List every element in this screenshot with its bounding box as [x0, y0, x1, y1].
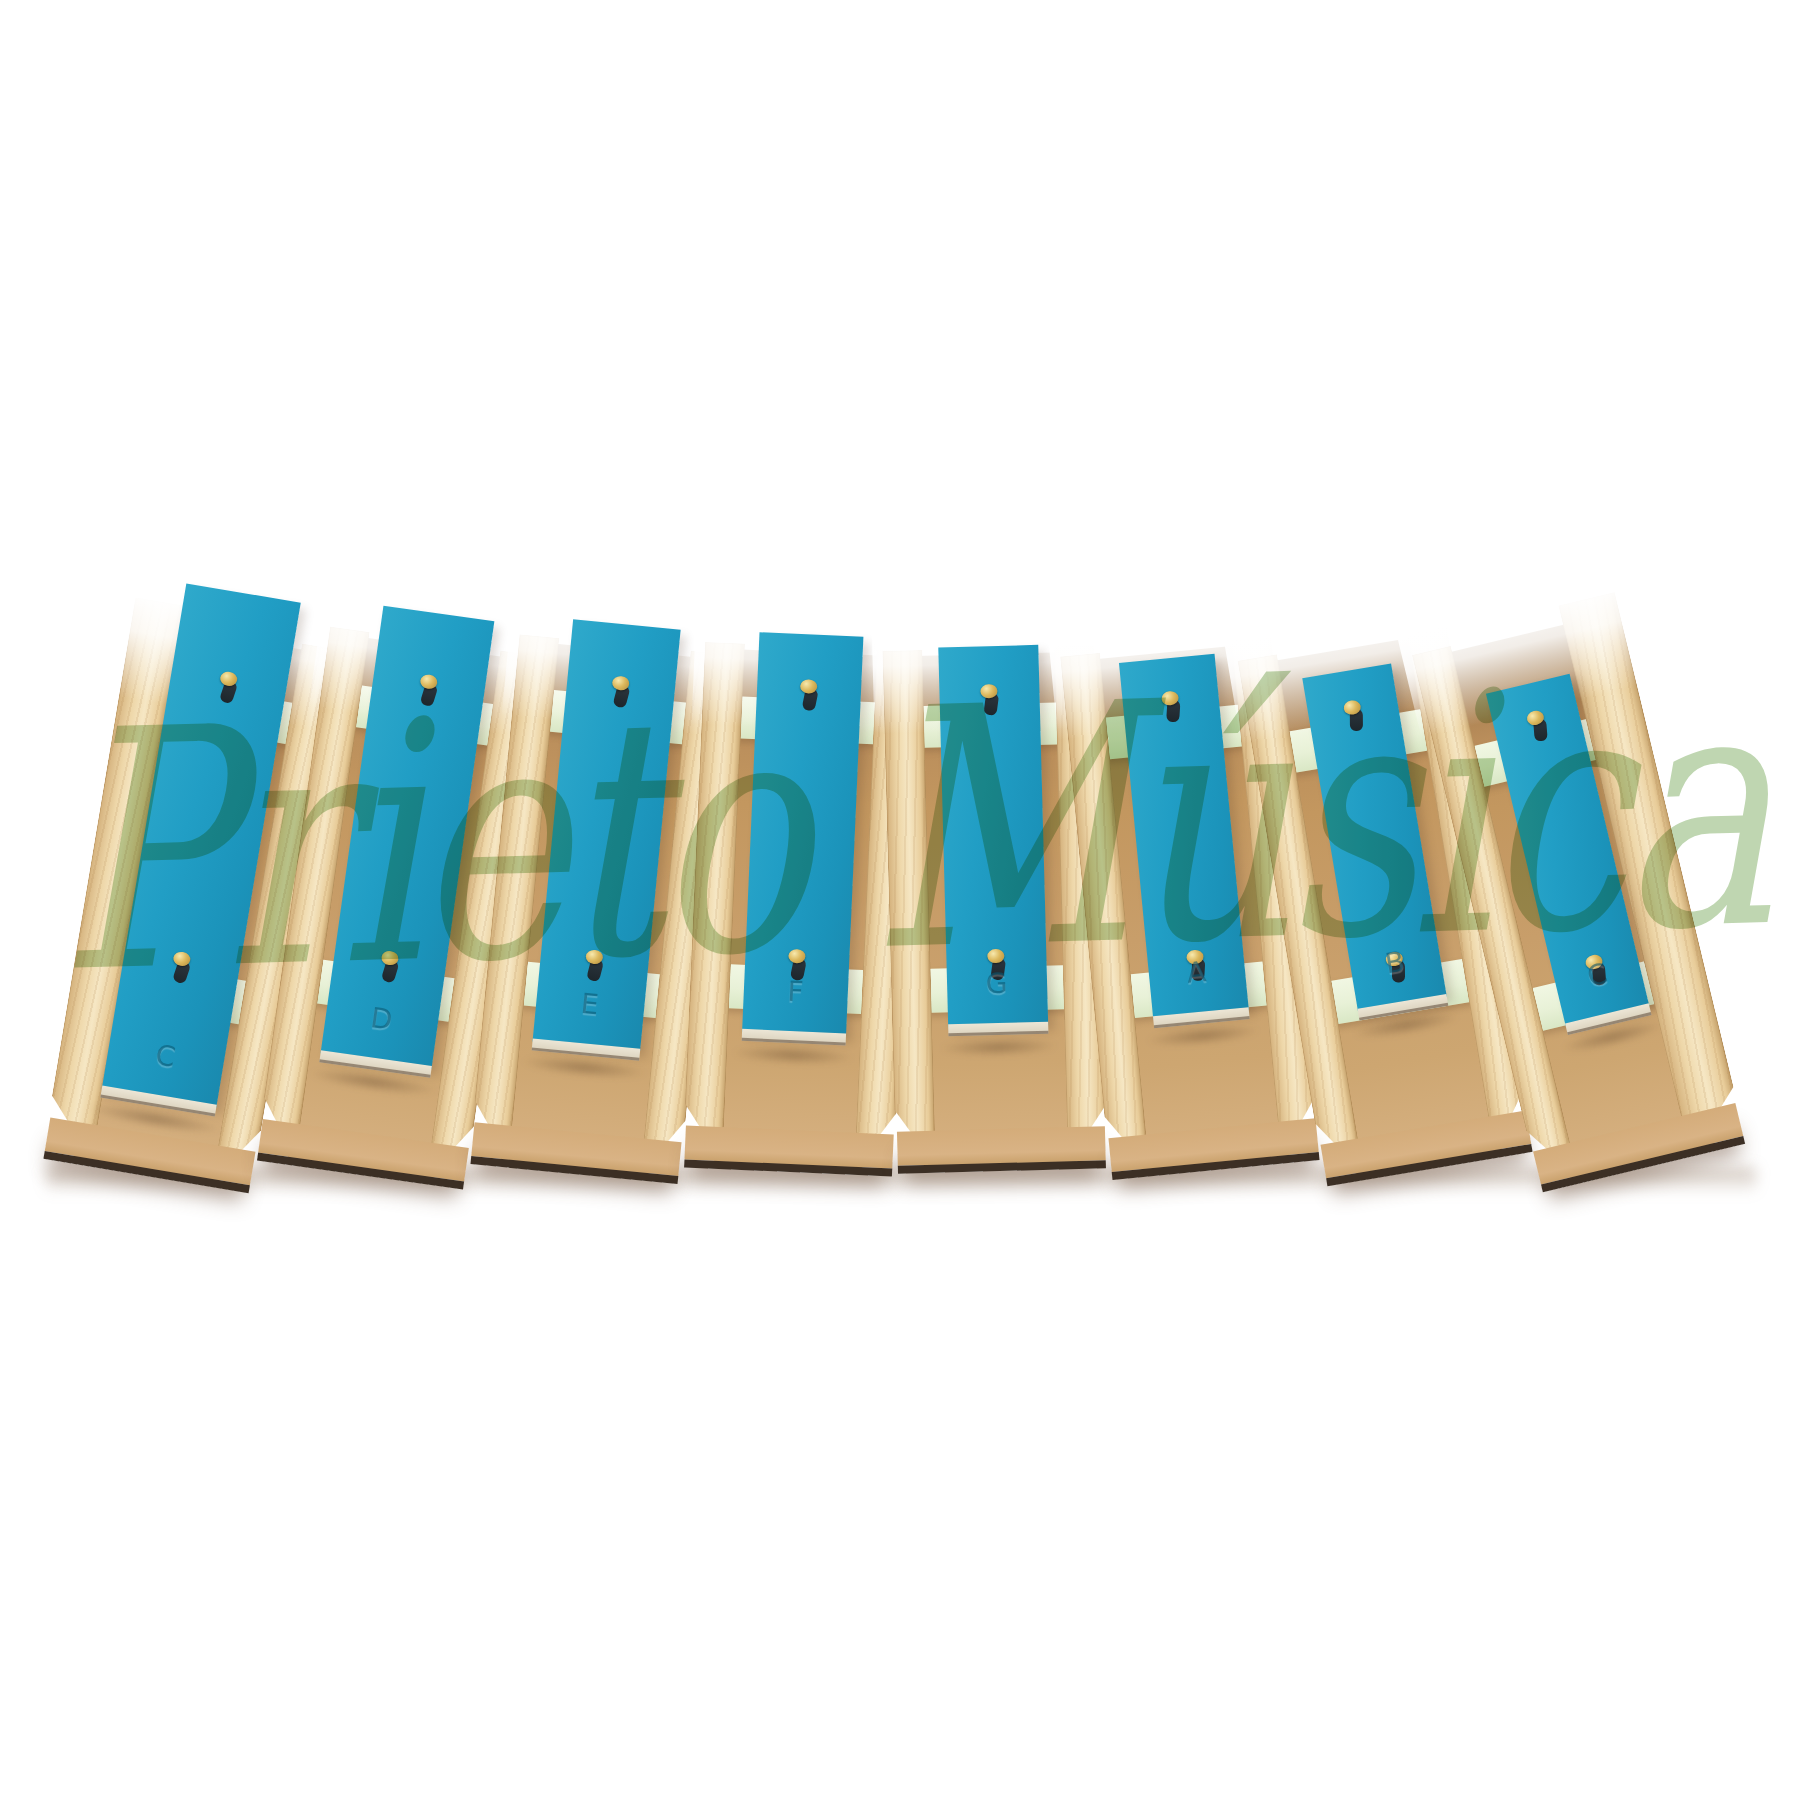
metal-note-bar: F	[742, 632, 863, 1036]
note-label: E	[535, 983, 646, 1026]
mdf-base-front-edge	[897, 1126, 1106, 1173]
mdf-base-front-edge	[684, 1126, 894, 1177]
note-label: D	[324, 995, 440, 1043]
metal-note-bar: G	[938, 645, 1048, 1027]
note-label: A	[1148, 951, 1247, 993]
note-label: F	[743, 973, 848, 1011]
note-label: G	[947, 966, 1048, 1002]
note-label: C	[106, 1030, 226, 1082]
note-label: B	[1348, 939, 1442, 986]
product-photo-canvas: C D E	[0, 0, 1800, 1800]
